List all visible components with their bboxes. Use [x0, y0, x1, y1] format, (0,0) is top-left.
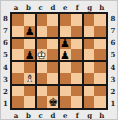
square-e7[interactable] — [59, 26, 71, 38]
square-f4[interactable] — [71, 61, 83, 73]
square-a5[interactable] — [12, 49, 24, 61]
square-h4[interactable] — [94, 61, 106, 73]
square-g3[interactable] — [83, 73, 95, 85]
square-d4[interactable] — [47, 61, 59, 73]
square-a8[interactable] — [12, 14, 24, 26]
file-label-a: a — [10, 111, 22, 120]
square-a6[interactable] — [12, 38, 24, 50]
white-king-outline: ♔ — [36, 49, 46, 61]
square-c4[interactable] — [36, 61, 48, 73]
rank-label-5: 5 — [108, 49, 118, 61]
rank-label-8: 8 — [1, 12, 10, 24]
square-h7[interactable] — [94, 26, 106, 38]
square-d2[interactable] — [47, 85, 59, 97]
square-b1[interactable] — [24, 96, 36, 108]
square-h3[interactable] — [94, 73, 106, 85]
square-e3[interactable] — [59, 73, 71, 85]
square-g8[interactable] — [83, 14, 95, 26]
file-label-d: d — [47, 111, 59, 120]
square-a2[interactable] — [12, 85, 24, 97]
square-e8[interactable] — [59, 14, 71, 26]
white-bishop-outline: ♗ — [25, 73, 35, 85]
rank-labels-left: 87654321 — [1, 12, 10, 110]
rank-label-1: 1 — [1, 98, 10, 110]
square-d7[interactable] — [47, 26, 59, 38]
square-c3[interactable] — [36, 73, 48, 85]
square-b3[interactable]: ♝♗ — [24, 73, 36, 85]
square-c5[interactable]: ♚♔ — [36, 49, 48, 61]
square-d1[interactable]: ♚ — [47, 96, 59, 108]
square-g5[interactable] — [83, 49, 95, 61]
rank-label-2: 2 — [1, 86, 10, 98]
square-c1[interactable] — [36, 96, 48, 108]
square-e5[interactable]: ♟ — [59, 49, 71, 61]
square-f1[interactable] — [71, 96, 83, 108]
square-b8[interactable] — [24, 14, 36, 26]
square-f5[interactable] — [71, 49, 83, 61]
rank-label-7: 7 — [108, 24, 118, 36]
black-pawn: ♟ — [25, 50, 35, 61]
square-f6[interactable] — [71, 38, 83, 50]
square-a7[interactable] — [12, 26, 24, 38]
square-e1[interactable] — [59, 96, 71, 108]
square-g7[interactable] — [83, 26, 95, 38]
square-a4[interactable] — [12, 61, 24, 73]
square-g4[interactable] — [83, 61, 95, 73]
square-e4[interactable] — [59, 61, 71, 73]
square-c2[interactable] — [36, 85, 48, 97]
black-pawn: ♟ — [60, 50, 70, 61]
square-h6[interactable] — [94, 38, 106, 50]
square-e2[interactable] — [59, 85, 71, 97]
square-g1[interactable] — [83, 96, 95, 108]
square-f2[interactable] — [71, 85, 83, 97]
rank-labels-right: 87654321 — [108, 12, 118, 110]
square-b2[interactable] — [24, 85, 36, 97]
chess-board: ♟♟♟♚♔♟♝♗♚ — [10, 12, 108, 110]
square-b5[interactable]: ♟ — [24, 49, 36, 61]
rank-label-8: 8 — [108, 12, 118, 24]
black-king: ♚ — [48, 97, 58, 108]
rank-label-3: 3 — [1, 73, 10, 85]
square-f7[interactable] — [71, 26, 83, 38]
square-d3[interactable] — [47, 73, 59, 85]
black-pawn: ♟ — [25, 26, 35, 37]
square-h2[interactable] — [94, 85, 106, 97]
square-a3[interactable] — [12, 73, 24, 85]
square-c7[interactable] — [36, 26, 48, 38]
square-f3[interactable] — [71, 73, 83, 85]
rank-label-4: 4 — [108, 61, 118, 73]
square-g6[interactable] — [83, 38, 95, 50]
square-c6[interactable] — [36, 38, 48, 50]
square-d6[interactable] — [47, 38, 59, 50]
file-labels-bottom: abcdefgh — [10, 111, 108, 120]
square-e6[interactable]: ♟ — [59, 38, 71, 50]
rank-label-6: 6 — [108, 37, 118, 49]
square-a1[interactable] — [12, 96, 24, 108]
rank-label-6: 6 — [1, 37, 10, 49]
chess-diagram: abcdefgh abcdefgh 87654321 87654321 ♟♟♟♚… — [0, 0, 118, 120]
white-king: ♚♔ — [36, 50, 46, 61]
square-h8[interactable] — [94, 14, 106, 26]
file-label-c: c — [35, 111, 47, 120]
file-label-e: e — [59, 111, 71, 120]
rank-label-3: 3 — [108, 73, 118, 85]
square-c8[interactable] — [36, 14, 48, 26]
white-bishop: ♝♗ — [25, 73, 35, 84]
square-f8[interactable] — [71, 14, 83, 26]
file-label-g: g — [84, 111, 96, 120]
black-pawn: ♟ — [60, 38, 70, 49]
square-b6[interactable] — [24, 38, 36, 50]
square-h5[interactable] — [94, 49, 106, 61]
rank-label-4: 4 — [1, 61, 10, 73]
square-d5[interactable] — [47, 49, 59, 61]
file-label-h: h — [96, 111, 108, 120]
square-d8[interactable] — [47, 14, 59, 26]
file-label-f: f — [71, 111, 83, 120]
square-b4[interactable] — [24, 61, 36, 73]
file-label-b: b — [22, 111, 34, 120]
square-h1[interactable] — [94, 96, 106, 108]
square-g2[interactable] — [83, 85, 95, 97]
rank-label-2: 2 — [108, 86, 118, 98]
rank-label-1: 1 — [108, 98, 118, 110]
rank-label-5: 5 — [1, 49, 10, 61]
square-b7[interactable]: ♟ — [24, 26, 36, 38]
rank-label-7: 7 — [1, 24, 10, 36]
